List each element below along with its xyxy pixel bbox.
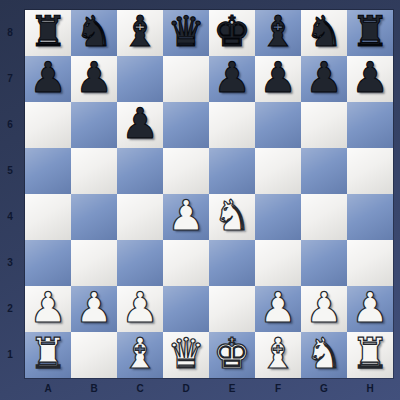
- square-g4[interactable]: [301, 194, 347, 240]
- square-c5[interactable]: [117, 148, 163, 194]
- square-d7[interactable]: [163, 56, 209, 102]
- square-a8[interactable]: ♜: [25, 10, 71, 56]
- piece-black-king[interactable]: ♚: [213, 11, 251, 53]
- square-a7[interactable]: ♟: [25, 56, 71, 102]
- square-g1[interactable]: ♞: [301, 332, 347, 378]
- piece-black-knight[interactable]: ♞: [305, 11, 343, 53]
- square-e1[interactable]: ♚: [209, 332, 255, 378]
- piece-white-pawn[interactable]: ♟: [75, 287, 113, 329]
- square-f1[interactable]: ♝: [255, 332, 301, 378]
- square-a1[interactable]: ♜: [25, 332, 71, 378]
- square-c6[interactable]: ♟: [117, 102, 163, 148]
- square-g8[interactable]: ♞: [301, 10, 347, 56]
- piece-black-pawn[interactable]: ♟: [259, 57, 297, 99]
- piece-black-pawn[interactable]: ♟: [29, 57, 67, 99]
- square-b3[interactable]: [71, 240, 117, 286]
- square-e4[interactable]: ♞: [209, 194, 255, 240]
- square-c1[interactable]: ♝: [117, 332, 163, 378]
- square-d4[interactable]: ♟: [163, 194, 209, 240]
- square-d2[interactable]: [163, 286, 209, 332]
- square-b1[interactable]: [71, 332, 117, 378]
- file-label-h: H: [347, 378, 393, 400]
- square-d1[interactable]: ♛: [163, 332, 209, 378]
- square-d5[interactable]: [163, 148, 209, 194]
- piece-white-rook[interactable]: ♜: [351, 333, 389, 375]
- square-f3[interactable]: [255, 240, 301, 286]
- square-d3[interactable]: [163, 240, 209, 286]
- rank-label-8: 8: [0, 10, 20, 56]
- square-h2[interactable]: ♟: [347, 286, 393, 332]
- square-g3[interactable]: [301, 240, 347, 286]
- square-b7[interactable]: ♟: [71, 56, 117, 102]
- square-a6[interactable]: [25, 102, 71, 148]
- square-h6[interactable]: [347, 102, 393, 148]
- rank-label-3: 3: [0, 240, 20, 286]
- square-c3[interactable]: [117, 240, 163, 286]
- piece-white-pawn[interactable]: ♟: [121, 287, 159, 329]
- piece-white-knight[interactable]: ♞: [213, 195, 251, 237]
- piece-black-queen[interactable]: ♛: [167, 11, 205, 53]
- square-h5[interactable]: [347, 148, 393, 194]
- square-e7[interactable]: ♟: [209, 56, 255, 102]
- file-label-b: B: [71, 378, 117, 400]
- square-a5[interactable]: [25, 148, 71, 194]
- piece-black-pawn[interactable]: ♟: [351, 57, 389, 99]
- square-e6[interactable]: [209, 102, 255, 148]
- square-c4[interactable]: [117, 194, 163, 240]
- rank-label-7: 7: [0, 56, 20, 102]
- piece-white-queen[interactable]: ♛: [167, 333, 205, 375]
- square-f2[interactable]: ♟: [255, 286, 301, 332]
- piece-white-bishop[interactable]: ♝: [121, 333, 159, 375]
- piece-white-king[interactable]: ♚: [213, 333, 251, 375]
- piece-black-rook[interactable]: ♜: [29, 11, 67, 53]
- square-h8[interactable]: ♜: [347, 10, 393, 56]
- square-e5[interactable]: [209, 148, 255, 194]
- file-label-a: A: [25, 378, 71, 400]
- square-g7[interactable]: ♟: [301, 56, 347, 102]
- square-g6[interactable]: [301, 102, 347, 148]
- square-b8[interactable]: ♞: [71, 10, 117, 56]
- square-b2[interactable]: ♟: [71, 286, 117, 332]
- square-g2[interactable]: ♟: [301, 286, 347, 332]
- piece-black-bishop[interactable]: ♝: [259, 11, 297, 53]
- square-a2[interactable]: ♟: [25, 286, 71, 332]
- square-d6[interactable]: [163, 102, 209, 148]
- piece-black-pawn[interactable]: ♟: [305, 57, 343, 99]
- rank-label-5: 5: [0, 148, 20, 194]
- square-e3[interactable]: [209, 240, 255, 286]
- piece-black-pawn[interactable]: ♟: [213, 57, 251, 99]
- piece-black-knight[interactable]: ♞: [75, 11, 113, 53]
- square-b4[interactable]: [71, 194, 117, 240]
- piece-black-pawn[interactable]: ♟: [121, 103, 159, 145]
- square-c2[interactable]: ♟: [117, 286, 163, 332]
- file-label-d: D: [163, 378, 209, 400]
- square-b5[interactable]: [71, 148, 117, 194]
- piece-white-pawn[interactable]: ♟: [167, 195, 205, 237]
- square-e2[interactable]: [209, 286, 255, 332]
- square-g5[interactable]: [301, 148, 347, 194]
- square-a4[interactable]: [25, 194, 71, 240]
- piece-white-bishop[interactable]: ♝: [259, 333, 297, 375]
- rank-label-4: 4: [0, 194, 20, 240]
- square-d8[interactable]: ♛: [163, 10, 209, 56]
- file-label-g: G: [301, 378, 347, 400]
- piece-white-pawn[interactable]: ♟: [259, 287, 297, 329]
- square-a3[interactable]: [25, 240, 71, 286]
- piece-black-pawn[interactable]: ♟: [75, 57, 113, 99]
- chess-board-frame: 87654321 ABCDEFGH ♜♞♝♛♚♝♞♜♟♟♟♟♟♟♟♟♞♟♟♟♟♟…: [0, 0, 400, 400]
- square-h7[interactable]: ♟: [347, 56, 393, 102]
- piece-black-rook[interactable]: ♜: [351, 11, 389, 53]
- square-b6[interactable]: [71, 102, 117, 148]
- square-f8[interactable]: ♝: [255, 10, 301, 56]
- rank-label-1: 1: [0, 332, 20, 378]
- rank-label-6: 6: [0, 102, 20, 148]
- piece-white-knight[interactable]: ♞: [305, 333, 343, 375]
- piece-white-pawn[interactable]: ♟: [305, 287, 343, 329]
- square-c8[interactable]: ♝: [117, 10, 163, 56]
- piece-black-bishop[interactable]: ♝: [121, 11, 159, 53]
- square-f7[interactable]: ♟: [255, 56, 301, 102]
- piece-white-pawn[interactable]: ♟: [29, 287, 67, 329]
- square-f4[interactable]: [255, 194, 301, 240]
- file-label-e: E: [209, 378, 255, 400]
- piece-white-rook[interactable]: ♜: [29, 333, 67, 375]
- piece-white-pawn[interactable]: ♟: [351, 287, 389, 329]
- file-label-c: C: [117, 378, 163, 400]
- square-h1[interactable]: ♜: [347, 332, 393, 378]
- rank-label-2: 2: [0, 286, 20, 332]
- square-h3[interactable]: [347, 240, 393, 286]
- square-e8[interactable]: ♚: [209, 10, 255, 56]
- square-h4[interactable]: [347, 194, 393, 240]
- square-c7[interactable]: [117, 56, 163, 102]
- square-f6[interactable]: [255, 102, 301, 148]
- file-label-f: F: [255, 378, 301, 400]
- chess-board: ♜♞♝♛♚♝♞♜♟♟♟♟♟♟♟♟♞♟♟♟♟♟♟♜♝♛♚♝♞♜: [25, 10, 393, 378]
- square-f5[interactable]: [255, 148, 301, 194]
